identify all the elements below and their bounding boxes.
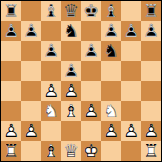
piece-outline-glyph: ♙ [141, 121, 161, 141]
square-h2[interactable]: ♟♙ [141, 121, 161, 141]
square-g2[interactable]: ♟♙ [121, 121, 141, 141]
square-e6[interactable]: ♟♙ [81, 41, 101, 61]
piece-fill-glyph: ♜ [141, 141, 161, 161]
piece-outline-glyph: ♗ [41, 1, 61, 21]
black-pawn-piece: ♟♙ [121, 21, 141, 41]
piece-fill-glyph: ♟ [1, 21, 21, 41]
white-pawn-piece: ♟♙ [121, 121, 141, 141]
piece-fill-glyph: ♟ [101, 21, 121, 41]
piece-fill-glyph: ♝ [41, 1, 61, 21]
square-b2[interactable]: ♟♙ [21, 121, 41, 141]
black-rook-piece: ♜♖ [1, 1, 21, 21]
piece-outline-glyph: ♙ [61, 61, 81, 81]
piece-fill-glyph: ♟ [141, 121, 161, 141]
white-knight-piece: ♞♘ [41, 101, 61, 121]
square-d8[interactable]: ♛♕ [61, 1, 81, 21]
piece-fill-glyph: ♟ [41, 81, 61, 101]
square-c4[interactable]: ♟♙ [41, 81, 61, 101]
black-pawn-piece: ♟♙ [141, 21, 161, 41]
white-queen-piece: ♛♕ [61, 141, 81, 161]
piece-outline-glyph: ♔ [81, 1, 101, 21]
square-f6[interactable]: ♞♘ [101, 41, 121, 61]
black-pawn-piece: ♟♙ [61, 61, 81, 81]
square-d6[interactable] [61, 41, 81, 61]
square-f1[interactable] [101, 141, 121, 161]
piece-outline-glyph: ♖ [1, 1, 21, 21]
piece-outline-glyph: ♔ [81, 141, 101, 161]
square-d7[interactable]: ♞♘ [61, 21, 81, 41]
piece-outline-glyph: ♘ [101, 101, 121, 121]
square-b5[interactable] [21, 61, 41, 81]
square-f2[interactable]: ♟♙ [101, 121, 121, 141]
square-a2[interactable]: ♟♙ [1, 121, 21, 141]
square-a6[interactable] [1, 41, 21, 61]
piece-fill-glyph: ♟ [1, 121, 21, 141]
square-e7[interactable] [81, 21, 101, 41]
piece-fill-glyph: ♟ [41, 41, 61, 61]
square-a1[interactable]: ♜♖ [1, 141, 21, 161]
piece-fill-glyph: ♟ [61, 61, 81, 81]
square-g1[interactable] [121, 141, 141, 161]
white-rook-piece: ♜♖ [141, 141, 161, 161]
square-h5[interactable] [141, 61, 161, 81]
black-pawn-piece: ♟♙ [101, 21, 121, 41]
piece-outline-glyph: ♙ [41, 41, 61, 61]
piece-fill-glyph: ♟ [81, 101, 101, 121]
black-pawn-piece: ♟♙ [81, 41, 101, 61]
piece-fill-glyph: ♛ [61, 141, 81, 161]
square-h6[interactable] [141, 41, 161, 61]
piece-fill-glyph: ♟ [121, 21, 141, 41]
square-d1[interactable]: ♛♕ [61, 141, 81, 161]
white-rook-piece: ♜♖ [1, 141, 21, 161]
piece-fill-glyph: ♝ [61, 101, 81, 121]
piece-fill-glyph: ♞ [41, 101, 61, 121]
piece-fill-glyph: ♟ [81, 41, 101, 61]
square-f7[interactable]: ♟♙ [101, 21, 121, 41]
piece-fill-glyph: ♟ [21, 21, 41, 41]
square-b3[interactable] [21, 101, 41, 121]
square-e8[interactable]: ♚♔ [81, 1, 101, 21]
piece-fill-glyph: ♟ [101, 121, 121, 141]
square-g5[interactable] [121, 61, 141, 81]
piece-outline-glyph: ♕ [61, 141, 81, 161]
piece-outline-glyph: ♙ [61, 81, 81, 101]
square-h8[interactable]: ♜♖ [141, 1, 161, 21]
piece-fill-glyph: ♜ [141, 1, 161, 21]
white-pawn-piece: ♟♙ [81, 101, 101, 121]
piece-fill-glyph: ♟ [21, 121, 41, 141]
square-e2[interactable] [81, 121, 101, 141]
chess-board: ♜♖♝♗♛♕♚♔♝♗♜♖♟♙♟♙♞♘♟♙♟♙♟♙♟♙♟♙♞♘♟♙♟♙♟♙♞♘♝♗… [0, 0, 162, 162]
square-c3[interactable]: ♞♘ [41, 101, 61, 121]
piece-fill-glyph: ♝ [101, 1, 121, 21]
piece-fill-glyph: ♞ [101, 101, 121, 121]
square-c8[interactable]: ♝♗ [41, 1, 61, 21]
piece-outline-glyph: ♖ [141, 141, 161, 161]
square-g8[interactable] [121, 1, 141, 21]
white-bishop-piece: ♝♗ [61, 101, 81, 121]
piece-outline-glyph: ♘ [101, 41, 121, 61]
square-c1[interactable]: ♝♗ [41, 141, 61, 161]
white-pawn-piece: ♟♙ [1, 121, 21, 141]
piece-outline-glyph: ♖ [1, 141, 21, 161]
piece-outline-glyph: ♗ [101, 1, 121, 21]
square-a8[interactable]: ♜♖ [1, 1, 21, 21]
piece-outline-glyph: ♙ [81, 101, 101, 121]
square-f8[interactable]: ♝♗ [101, 1, 121, 21]
square-c2[interactable] [41, 121, 61, 141]
piece-outline-glyph: ♙ [101, 121, 121, 141]
square-e4[interactable] [81, 81, 101, 101]
square-a7[interactable]: ♟♙ [1, 21, 21, 41]
square-f4[interactable] [101, 81, 121, 101]
piece-outline-glyph: ♙ [101, 21, 121, 41]
piece-outline-glyph: ♘ [61, 21, 81, 41]
piece-fill-glyph: ♟ [121, 121, 141, 141]
white-king-piece: ♚♔ [81, 141, 101, 161]
white-pawn-piece: ♟♙ [21, 121, 41, 141]
square-b6[interactable] [21, 41, 41, 61]
piece-outline-glyph: ♗ [41, 141, 61, 161]
square-c5[interactable] [41, 61, 61, 81]
piece-outline-glyph: ♙ [121, 121, 141, 141]
square-e5[interactable] [81, 61, 101, 81]
square-g6[interactable] [121, 41, 141, 61]
square-h1[interactable]: ♜♖ [141, 141, 161, 161]
piece-fill-glyph: ♟ [61, 81, 81, 101]
white-pawn-piece: ♟♙ [41, 81, 61, 101]
white-bishop-piece: ♝♗ [41, 141, 61, 161]
square-b4[interactable] [21, 81, 41, 101]
piece-fill-glyph: ♚ [81, 1, 101, 21]
square-a5[interactable] [1, 61, 21, 81]
piece-fill-glyph: ♛ [61, 1, 81, 21]
piece-fill-glyph: ♜ [1, 141, 21, 161]
piece-outline-glyph: ♙ [41, 81, 61, 101]
piece-fill-glyph: ♝ [41, 141, 61, 161]
black-pawn-piece: ♟♙ [21, 21, 41, 41]
square-d4[interactable]: ♟♙ [61, 81, 81, 101]
black-queen-piece: ♛♕ [61, 1, 81, 21]
black-knight-piece: ♞♘ [61, 21, 81, 41]
white-pawn-piece: ♟♙ [101, 121, 121, 141]
piece-outline-glyph: ♕ [61, 1, 81, 21]
square-c7[interactable] [41, 21, 61, 41]
square-b1[interactable] [21, 141, 41, 161]
piece-fill-glyph: ♞ [61, 21, 81, 41]
black-pawn-piece: ♟♙ [41, 41, 61, 61]
black-bishop-piece: ♝♗ [41, 1, 61, 21]
square-f3[interactable]: ♞♘ [101, 101, 121, 121]
white-pawn-piece: ♟♙ [61, 81, 81, 101]
piece-outline-glyph: ♙ [21, 121, 41, 141]
square-h3[interactable] [141, 101, 161, 121]
piece-fill-glyph: ♜ [1, 1, 21, 21]
square-g4[interactable] [121, 81, 141, 101]
piece-outline-glyph: ♙ [121, 21, 141, 41]
piece-outline-glyph: ♙ [81, 41, 101, 61]
piece-outline-glyph: ♘ [41, 101, 61, 121]
square-d5[interactable]: ♟♙ [61, 61, 81, 81]
square-b7[interactable]: ♟♙ [21, 21, 41, 41]
square-a4[interactable] [1, 81, 21, 101]
piece-outline-glyph: ♙ [21, 21, 41, 41]
square-d3[interactable]: ♝♗ [61, 101, 81, 121]
square-h4[interactable] [141, 81, 161, 101]
white-knight-piece: ♞♘ [101, 101, 121, 121]
square-f5[interactable] [101, 61, 121, 81]
black-knight-piece: ♞♘ [101, 41, 121, 61]
piece-outline-glyph: ♙ [1, 121, 21, 141]
piece-fill-glyph: ♟ [141, 21, 161, 41]
piece-outline-glyph: ♙ [141, 21, 161, 41]
black-bishop-piece: ♝♗ [101, 1, 121, 21]
square-e3[interactable]: ♟♙ [81, 101, 101, 121]
piece-fill-glyph: ♞ [101, 41, 121, 61]
square-h7[interactable]: ♟♙ [141, 21, 161, 41]
piece-outline-glyph: ♗ [61, 101, 81, 121]
square-a3[interactable] [1, 101, 21, 121]
white-pawn-piece: ♟♙ [141, 121, 161, 141]
black-pawn-piece: ♟♙ [1, 21, 21, 41]
black-king-piece: ♚♔ [81, 1, 101, 21]
square-c6[interactable]: ♟♙ [41, 41, 61, 61]
square-g7[interactable]: ♟♙ [121, 21, 141, 41]
piece-outline-glyph: ♙ [1, 21, 21, 41]
piece-outline-glyph: ♖ [141, 1, 161, 21]
square-b8[interactable] [21, 1, 41, 21]
square-e1[interactable]: ♚♔ [81, 141, 101, 161]
square-d2[interactable] [61, 121, 81, 141]
square-g3[interactable] [121, 101, 141, 121]
black-rook-piece: ♜♖ [141, 1, 161, 21]
piece-fill-glyph: ♚ [81, 141, 101, 161]
